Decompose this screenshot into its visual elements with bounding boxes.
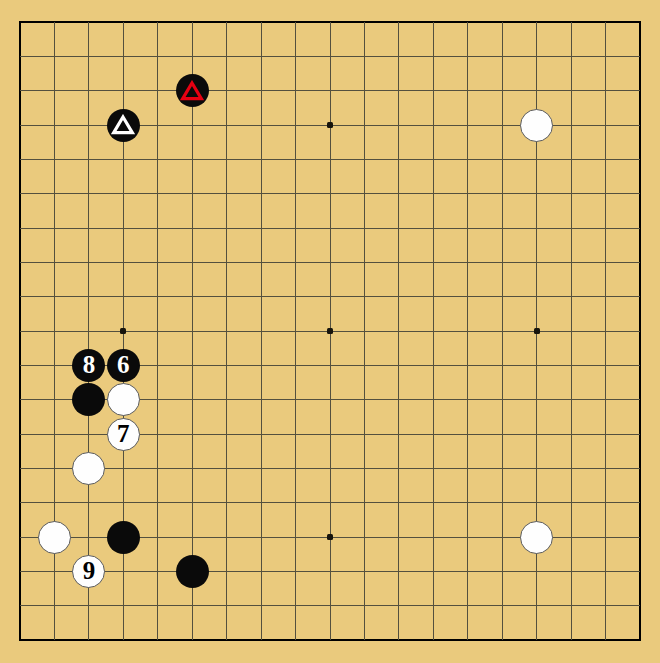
hoshi-point <box>327 534 333 540</box>
stone-white-D7: 7 <box>107 418 140 451</box>
grid-line-vertical <box>364 22 365 640</box>
move-number-label: 6 <box>117 352 130 378</box>
hoshi-point <box>327 328 333 334</box>
grid-line-horizontal <box>20 571 640 572</box>
stone-white-C3: 9 <box>72 555 105 588</box>
stone-black-F3 <box>176 555 209 588</box>
stone-black-D4 <box>107 521 140 554</box>
goban: 8679 <box>0 0 660 663</box>
grid-line-vertical <box>605 22 606 640</box>
move-number-label: 8 <box>83 352 96 378</box>
grid-line-vertical <box>571 22 572 640</box>
stone-black-D9: 6 <box>107 349 140 382</box>
move-number-label: 7 <box>117 421 130 447</box>
stone-black-F17 <box>176 74 209 107</box>
grid-line-vertical <box>433 22 434 640</box>
stone-black-D16 <box>107 109 140 142</box>
triangle-red-icon <box>180 80 204 102</box>
stone-white-B4 <box>38 521 71 554</box>
stone-white-D8 <box>107 383 140 416</box>
hoshi-point <box>120 328 126 334</box>
hoshi-point <box>534 328 540 334</box>
stone-white-Q4 <box>520 521 553 554</box>
stone-white-C6 <box>72 452 105 485</box>
hoshi-point <box>327 122 333 128</box>
stone-white-Q16 <box>520 109 553 142</box>
stone-black-C9: 8 <box>72 349 105 382</box>
grid-line-horizontal <box>20 468 640 469</box>
grid-line-horizontal <box>20 502 640 503</box>
move-number-label: 9 <box>83 558 96 584</box>
grid-line-vertical <box>467 22 468 640</box>
triangle-white-icon <box>111 114 135 136</box>
grid-line-vertical <box>398 22 399 640</box>
grid-line-vertical <box>502 22 503 640</box>
grid-line-horizontal <box>20 605 640 606</box>
